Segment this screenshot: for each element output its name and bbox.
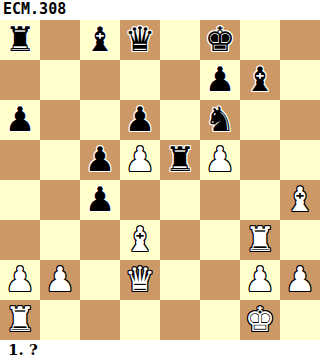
square-a3[interactable]: [0, 220, 40, 260]
square-a6[interactable]: ♟: [0, 100, 40, 140]
square-h6[interactable]: [280, 100, 320, 140]
square-e4[interactable]: [160, 180, 200, 220]
square-c1[interactable]: [80, 300, 120, 340]
white-pawn-piece: ♟: [125, 140, 155, 179]
square-c7[interactable]: [80, 60, 120, 100]
white-rook-piece: ♜: [245, 220, 275, 259]
square-d5[interactable]: ♟: [120, 140, 160, 180]
white-rook-piece: ♜: [5, 300, 35, 339]
square-g8[interactable]: [240, 20, 280, 60]
square-h4[interactable]: ♝: [280, 180, 320, 220]
square-g2[interactable]: ♟: [240, 260, 280, 300]
square-d7[interactable]: [120, 60, 160, 100]
square-d6[interactable]: ♟: [120, 100, 160, 140]
square-a8[interactable]: ♜: [0, 20, 40, 60]
square-c2[interactable]: [80, 260, 120, 300]
black-pawn-piece: ♟: [125, 100, 155, 139]
black-rook-piece: ♜: [5, 20, 35, 59]
square-b8[interactable]: [40, 20, 80, 60]
black-pawn-piece: ♟: [85, 140, 115, 179]
square-g3[interactable]: ♜: [240, 220, 280, 260]
square-g5[interactable]: [240, 140, 280, 180]
square-g6[interactable]: [240, 100, 280, 140]
white-pawn-piece: ♟: [245, 260, 275, 299]
square-f4[interactable]: [200, 180, 240, 220]
white-pawn-piece: ♟: [5, 260, 35, 299]
square-a7[interactable]: [0, 60, 40, 100]
white-pawn-piece: ♟: [45, 260, 75, 299]
square-d2[interactable]: ♛: [120, 260, 160, 300]
square-e8[interactable]: [160, 20, 200, 60]
square-e6[interactable]: [160, 100, 200, 140]
square-g1[interactable]: ♚: [240, 300, 280, 340]
puzzle-title: ECM.308: [0, 0, 320, 20]
square-b4[interactable]: [40, 180, 80, 220]
chess-puzzle-diagram: ECM.308 ♜♝♛♚♟♝♟♟♞♟♟♜♟♟♝♝♜♟♟♛♟♟♜♚ 1. ?: [0, 0, 320, 360]
black-pawn-piece: ♟: [205, 60, 235, 99]
square-f6[interactable]: ♞: [200, 100, 240, 140]
move-prompt: 1. ?: [0, 340, 320, 360]
square-a4[interactable]: [0, 180, 40, 220]
white-pawn-piece: ♟: [285, 260, 315, 299]
square-h1[interactable]: [280, 300, 320, 340]
square-d8[interactable]: ♛: [120, 20, 160, 60]
square-d3[interactable]: ♝: [120, 220, 160, 260]
square-a1[interactable]: ♜: [0, 300, 40, 340]
square-b1[interactable]: [40, 300, 80, 340]
square-h5[interactable]: [280, 140, 320, 180]
white-queen-piece: ♛: [125, 260, 155, 299]
white-pawn-piece: ♟: [205, 140, 235, 179]
square-e3[interactable]: [160, 220, 200, 260]
square-c5[interactable]: ♟: [80, 140, 120, 180]
square-f7[interactable]: ♟: [200, 60, 240, 100]
white-bishop-piece: ♝: [285, 180, 315, 219]
square-f8[interactable]: ♚: [200, 20, 240, 60]
white-king-piece: ♚: [245, 300, 275, 339]
square-d4[interactable]: [120, 180, 160, 220]
black-bishop-piece: ♝: [85, 20, 115, 59]
black-knight-piece: ♞: [205, 100, 235, 139]
square-b5[interactable]: [40, 140, 80, 180]
chess-board: ♜♝♛♚♟♝♟♟♞♟♟♜♟♟♝♝♜♟♟♛♟♟♜♚: [0, 20, 320, 340]
square-e5[interactable]: ♜: [160, 140, 200, 180]
square-f3[interactable]: [200, 220, 240, 260]
white-bishop-piece: ♝: [125, 220, 155, 259]
black-king-piece: ♚: [205, 20, 235, 59]
black-rook-piece: ♜: [165, 140, 195, 179]
square-b2[interactable]: ♟: [40, 260, 80, 300]
square-e2[interactable]: [160, 260, 200, 300]
black-bishop-piece: ♝: [245, 60, 275, 99]
square-h3[interactable]: [280, 220, 320, 260]
square-c8[interactable]: ♝: [80, 20, 120, 60]
square-d1[interactable]: [120, 300, 160, 340]
square-h2[interactable]: ♟: [280, 260, 320, 300]
square-h8[interactable]: [280, 20, 320, 60]
square-g4[interactable]: [240, 180, 280, 220]
black-pawn-piece: ♟: [85, 180, 115, 219]
square-g7[interactable]: ♝: [240, 60, 280, 100]
square-f2[interactable]: [200, 260, 240, 300]
square-a2[interactable]: ♟: [0, 260, 40, 300]
square-e1[interactable]: [160, 300, 200, 340]
square-b7[interactable]: [40, 60, 80, 100]
square-b3[interactable]: [40, 220, 80, 260]
square-h7[interactable]: [280, 60, 320, 100]
black-pawn-piece: ♟: [5, 100, 35, 139]
square-c4[interactable]: ♟: [80, 180, 120, 220]
square-b6[interactable]: [40, 100, 80, 140]
square-c6[interactable]: [80, 100, 120, 140]
black-queen-piece: ♛: [125, 20, 155, 59]
square-e7[interactable]: [160, 60, 200, 100]
square-f5[interactable]: ♟: [200, 140, 240, 180]
square-f1[interactable]: [200, 300, 240, 340]
square-a5[interactable]: [0, 140, 40, 180]
square-c3[interactable]: [80, 220, 120, 260]
